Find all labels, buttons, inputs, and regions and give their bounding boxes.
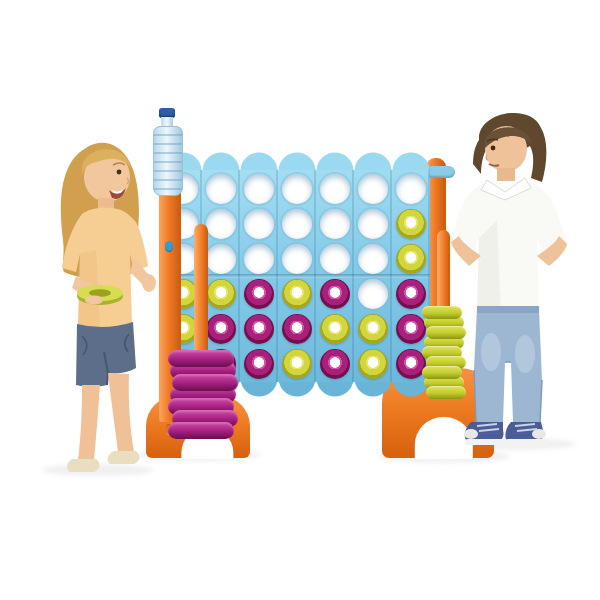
cell-r3c7[interactable] <box>392 241 430 276</box>
empty-hole <box>244 244 274 274</box>
cell-r1c3[interactable] <box>240 171 278 206</box>
empty-hole <box>282 174 312 204</box>
spare-disc-ring <box>168 350 234 367</box>
cell-r2c7[interactable] <box>392 206 430 241</box>
empty-hole <box>206 209 236 239</box>
empty-hole <box>320 174 350 204</box>
empty-hole <box>206 244 236 274</box>
cell-r5c6[interactable] <box>354 311 392 346</box>
cell-r6c5[interactable] <box>316 346 354 381</box>
cell-r2c6[interactable] <box>354 206 392 241</box>
cell-r1c2[interactable] <box>202 171 240 206</box>
cell-r2c5[interactable] <box>316 206 354 241</box>
magenta-disc <box>320 279 350 309</box>
empty-hole <box>206 174 236 204</box>
boy-figure <box>443 98 595 450</box>
empty-hole <box>320 209 350 239</box>
cell-r4c3[interactable] <box>240 276 278 311</box>
spare-disc-ring <box>172 374 238 391</box>
cell-r4c6[interactable] <box>354 276 392 311</box>
cell-r6c6[interactable] <box>354 346 392 381</box>
empty-hole <box>282 209 312 239</box>
yellow-disc <box>358 314 388 344</box>
cell-r4c4[interactable] <box>278 276 316 311</box>
cell-r3c6[interactable] <box>354 241 392 276</box>
spare-disc-ring <box>168 422 234 439</box>
empty-hole <box>358 209 388 239</box>
cell-r1c5[interactable] <box>316 171 354 206</box>
magenta-disc <box>282 314 312 344</box>
empty-hole <box>396 174 426 204</box>
board-scalloped-top-edge <box>164 150 430 170</box>
cell-r1c4[interactable] <box>278 171 316 206</box>
empty-hole <box>320 244 350 274</box>
cell-r6c3[interactable] <box>240 346 278 381</box>
magenta-disc <box>320 349 350 379</box>
yellow-disc <box>396 244 426 274</box>
cell-r3c5[interactable] <box>316 241 354 276</box>
empty-hole <box>244 174 274 204</box>
magenta-disc <box>244 314 274 344</box>
empty-hole <box>358 244 388 274</box>
empty-hole <box>358 279 388 309</box>
magenta-disc-stack <box>170 350 236 439</box>
empty-hole <box>282 244 312 274</box>
yellow-disc <box>396 209 426 239</box>
yellow-disc <box>358 349 388 379</box>
left-disc-pole <box>194 224 208 364</box>
cell-r4c5[interactable] <box>316 276 354 311</box>
magenta-disc <box>206 314 236 344</box>
yellow-disc <box>282 349 312 379</box>
cell-r5c5[interactable] <box>316 311 354 346</box>
magenta-disc <box>244 349 274 379</box>
magenta-disc <box>396 279 426 309</box>
empty-hole <box>358 174 388 204</box>
yellow-disc <box>206 279 236 309</box>
yellow-disc <box>320 314 350 344</box>
cell-r1c6[interactable] <box>354 171 392 206</box>
cell-r5c4[interactable] <box>278 311 316 346</box>
cell-r5c3[interactable] <box>240 311 278 346</box>
cell-r3c3[interactable] <box>240 241 278 276</box>
magenta-disc <box>244 279 274 309</box>
yellow-disc <box>282 279 312 309</box>
product-photo-scene: { "game": "connect-four (giant outdoor 4… <box>0 0 600 600</box>
cell-r2c4[interactable] <box>278 206 316 241</box>
cell-r3c4[interactable] <box>278 241 316 276</box>
cell-r2c3[interactable] <box>240 206 278 241</box>
magenta-disc <box>396 314 426 344</box>
cell-r1c7[interactable] <box>392 171 430 206</box>
cell-r6c4[interactable] <box>278 346 316 381</box>
empty-hole <box>244 209 274 239</box>
girl-figure <box>36 128 168 480</box>
